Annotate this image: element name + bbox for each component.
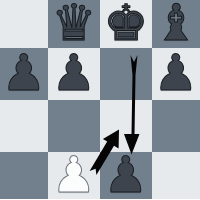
board-grid: ♛♚♝♟♟♟♟♟ (0, 0, 200, 199)
square-d7[interactable]: ♟ (48, 48, 100, 100)
chess-board-screenshot: ♛♚♝♟♟♟♟♟ (0, 0, 200, 199)
white-pawn-piece[interactable]: ♟ (52, 150, 97, 200)
square-e5[interactable]: ♟ (100, 152, 152, 199)
square-d8[interactable]: ♛ (48, 0, 100, 48)
square-c6[interactable] (0, 100, 48, 152)
square-e8[interactable]: ♚ (100, 0, 152, 48)
square-e6[interactable] (100, 100, 152, 152)
square-f8[interactable]: ♝ (152, 0, 200, 48)
square-f6[interactable] (152, 100, 200, 152)
square-c8[interactable] (0, 0, 48, 48)
square-f5[interactable] (152, 152, 200, 199)
black-pawn-piece[interactable]: ♟ (2, 48, 47, 98)
square-e7[interactable] (100, 48, 152, 100)
square-d6[interactable] (48, 100, 100, 152)
black-pawn-piece[interactable]: ♟ (154, 48, 199, 98)
black-king-piece[interactable]: ♚ (104, 0, 149, 48)
black-pawn-piece[interactable]: ♟ (104, 150, 149, 200)
square-d5[interactable]: ♟ (48, 152, 100, 199)
black-pawn-piece[interactable]: ♟ (52, 48, 97, 98)
black-queen-piece[interactable]: ♛ (52, 0, 97, 48)
square-c5[interactable] (0, 152, 48, 199)
black-bishop-piece[interactable]: ♝ (154, 0, 199, 48)
square-c7[interactable]: ♟ (0, 48, 48, 100)
square-f7[interactable]: ♟ (152, 48, 200, 100)
